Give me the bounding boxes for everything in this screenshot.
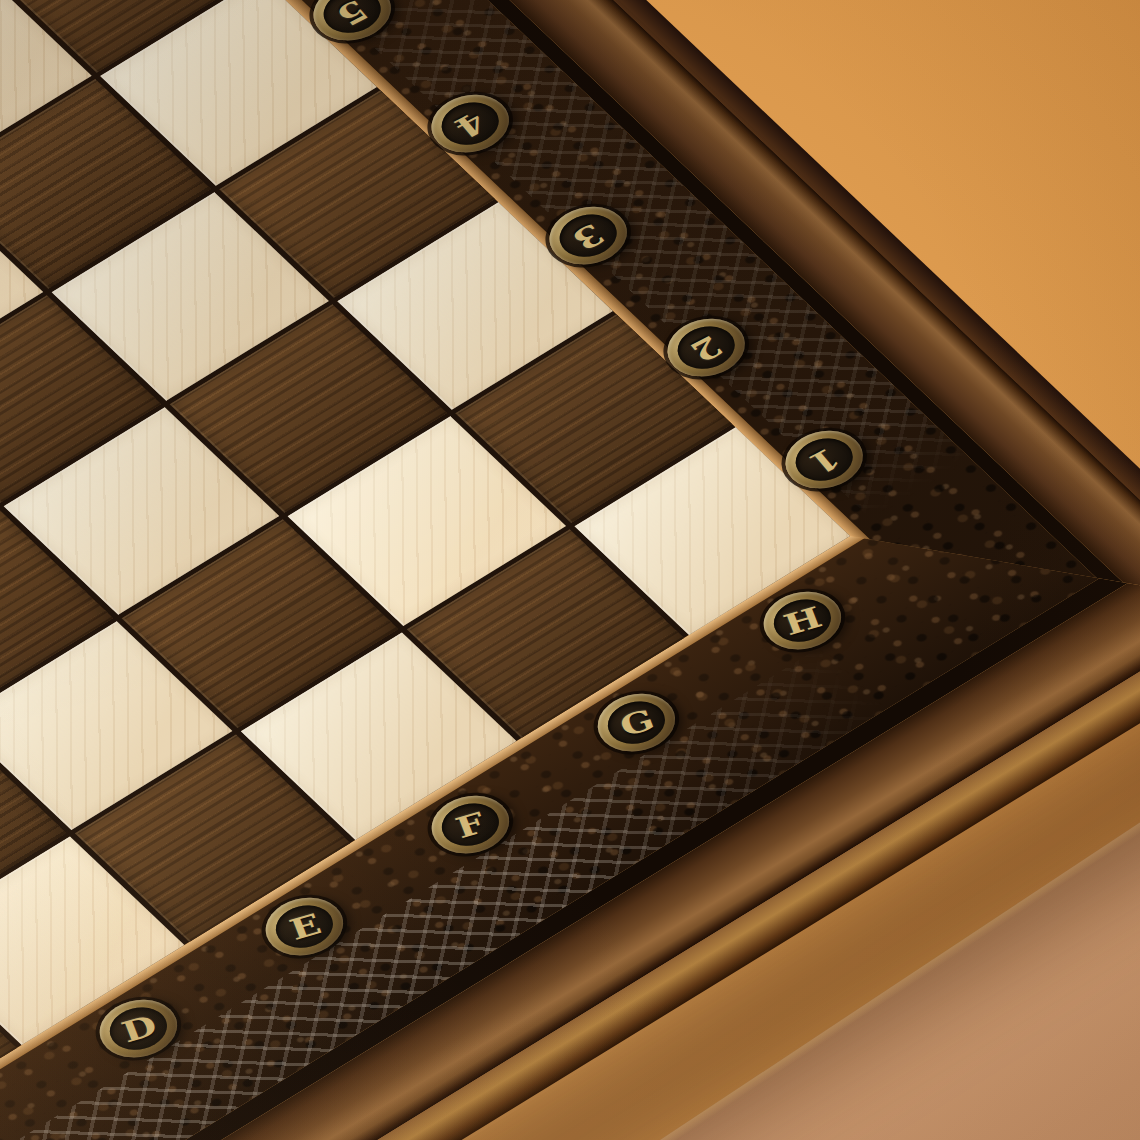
file-label-h-glyph: H (780, 602, 826, 639)
rank-label-2-glyph: 2 (685, 330, 728, 365)
file-label-f-glyph: F (452, 807, 489, 841)
rank-label-5-glyph: 5 (331, 0, 374, 29)
rank-label-3-glyph: 3 (567, 218, 610, 253)
file-label-e-glyph: E (285, 909, 324, 944)
rank-label-4-glyph: 4 (449, 106, 492, 141)
file-label-d-glyph: D (117, 1011, 160, 1047)
photo-scene: DEFGH12345 (0, 0, 1140, 1140)
rank-label-1-glyph: 1 (803, 442, 846, 477)
file-label-g-glyph: G (615, 705, 657, 741)
